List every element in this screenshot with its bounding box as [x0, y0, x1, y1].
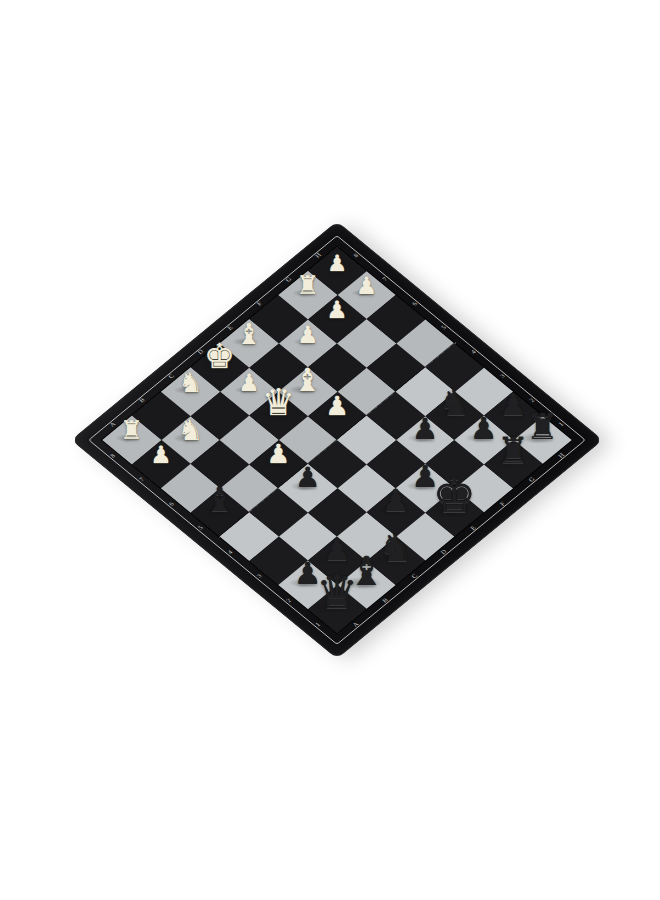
- piece-white-pawn-a7[interactable]: ♟: [150, 444, 171, 468]
- piece-black-pawn-g2[interactable]: ♟: [470, 414, 497, 444]
- piece-white-pawn-c5[interactable]: ♟: [266, 442, 290, 469]
- piece-white-pawn-d7[interactable]: ♟: [238, 371, 259, 395]
- piece-black-pawn-c4[interactable]: ♟: [295, 465, 320, 493]
- piece-black-rook-g1[interactable]: ♜: [497, 434, 529, 470]
- piece-white-pawn-e5[interactable]: ♟: [325, 393, 349, 420]
- piece-black-pawn-d2[interactable]: ♟: [382, 487, 409, 517]
- piece-black-pawn-f3[interactable]: ♟: [412, 415, 438, 444]
- piece-white-pawn-f7[interactable]: ♟: [297, 323, 318, 347]
- piece-white-bishop-e6[interactable]: ♝: [293, 365, 322, 397]
- piece-white-pawn-h8[interactable]: ♟: [327, 252, 347, 275]
- piece-white-rook-g8[interactable]: ♜: [296, 274, 319, 300]
- piece-black-knight-g3[interactable]: ♞: [439, 386, 470, 421]
- piece-black-rook-h1[interactable]: ♜: [526, 409, 558, 445]
- piece-white-knight-b7[interactable]: ♞: [177, 416, 203, 445]
- piece-black-bishop-a5[interactable]: ♝: [205, 484, 235, 518]
- product-photo-page: AA11BB22CC33DD44EE55FF66GG77HH88 ♜♞♚♝♜♟♟…: [0, 0, 660, 900]
- piece-black-pawn-h2[interactable]: ♟: [499, 390, 526, 420]
- piece-white-pawn-g7[interactable]: ♟: [326, 299, 347, 323]
- piece-white-knight-c8[interactable]: ♞: [178, 369, 202, 396]
- piece-white-rook-a8[interactable]: ♜: [120, 418, 143, 444]
- piece-black-pawn-b2[interactable]: ♟: [323, 535, 350, 565]
- piece-white-king-d8[interactable]: ♚: [204, 338, 235, 373]
- piece-white-bishop-e8[interactable]: ♝: [236, 319, 262, 348]
- piece-black-queen-a1[interactable]: ♛: [316, 569, 358, 616]
- piece-white-queen-d6[interactable]: ♛: [262, 384, 295, 421]
- piece-white-pawn-h7[interactable]: ♟: [356, 275, 377, 299]
- piece-black-king-e1[interactable]: ♚: [433, 471, 477, 520]
